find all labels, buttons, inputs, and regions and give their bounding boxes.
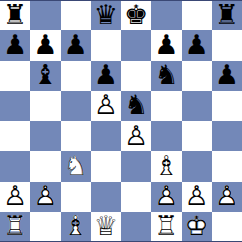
white-rook-outline-glyph: ♖ — [154, 212, 178, 239]
square-h4[interactable] — [212, 121, 242, 151]
black-king-glyph: ♚ — [124, 1, 148, 28]
square-c8[interactable] — [61, 0, 91, 30]
white-pawn-outline-glyph: ♙ — [3, 182, 27, 209]
black-rook-glyph: ♜ — [215, 1, 239, 28]
piece-black-rook[interactable]: ♜ — [0, 0, 30, 30]
square-e3[interactable] — [121, 151, 151, 181]
chess-board-wrap: ♜♛♚♜♟♟♟♟♟♝♟♞♟♟♙♞♟♙♞♘♝♗♟♙♟♙♟♙♟♙♟♙♜♖♝♗♛♕♜♖… — [0, 0, 242, 242]
white-queen-outline-glyph: ♕ — [94, 212, 118, 239]
square-g7[interactable]: ♟ — [182, 30, 212, 60]
black-pawn-glyph: ♟ — [154, 31, 178, 58]
square-g3[interactable] — [182, 151, 212, 181]
square-d8[interactable]: ♛ — [91, 0, 121, 30]
square-e6[interactable] — [121, 61, 151, 91]
square-b2[interactable]: ♟♙ — [30, 182, 60, 212]
square-d2[interactable] — [91, 182, 121, 212]
chess-board: ♜♛♚♜♟♟♟♟♟♝♟♞♟♟♙♞♟♙♞♘♝♗♟♙♟♙♟♙♟♙♟♙♜♖♝♗♛♕♜♖… — [0, 0, 242, 242]
piece-white-knight[interactable]: ♞♘ — [61, 151, 91, 181]
piece-white-king[interactable]: ♚♔ — [182, 212, 212, 242]
piece-white-queen[interactable]: ♛♕ — [91, 212, 121, 242]
square-f3[interactable]: ♝♗ — [151, 151, 181, 181]
black-rook-glyph: ♜ — [3, 1, 27, 28]
square-f4[interactable] — [151, 121, 181, 151]
white-rook-outline-glyph: ♖ — [3, 212, 27, 239]
black-pawn-glyph: ♟ — [185, 31, 209, 58]
square-a5[interactable] — [0, 91, 30, 121]
white-bishop-outline-glyph: ♗ — [154, 152, 178, 179]
piece-white-bishop[interactable]: ♝♗ — [151, 151, 181, 181]
square-a1[interactable]: ♜♖ — [0, 212, 30, 242]
piece-white-pawn[interactable]: ♟♙ — [212, 182, 242, 212]
square-c1[interactable]: ♝♗ — [61, 212, 91, 242]
square-c7[interactable]: ♟ — [61, 30, 91, 60]
square-h3[interactable] — [212, 151, 242, 181]
piece-black-bishop[interactable]: ♝ — [30, 61, 60, 91]
square-f5[interactable] — [151, 91, 181, 121]
piece-black-pawn[interactable]: ♟ — [61, 30, 91, 60]
piece-white-pawn[interactable]: ♟♙ — [91, 91, 121, 121]
square-b4[interactable] — [30, 121, 60, 151]
square-e8[interactable]: ♚ — [121, 0, 151, 30]
black-pawn-glyph: ♟ — [33, 31, 57, 58]
piece-black-king[interactable]: ♚ — [121, 0, 151, 30]
square-a6[interactable] — [0, 61, 30, 91]
square-a8[interactable]: ♜ — [0, 0, 30, 30]
square-h8[interactable]: ♜ — [212, 0, 242, 30]
square-a2[interactable]: ♟♙ — [0, 182, 30, 212]
square-b8[interactable] — [30, 0, 60, 30]
piece-white-pawn[interactable]: ♟♙ — [151, 182, 181, 212]
piece-white-pawn[interactable]: ♟♙ — [121, 121, 151, 151]
square-g1[interactable]: ♚♔ — [182, 212, 212, 242]
square-c6[interactable] — [61, 61, 91, 91]
white-pawn-outline-glyph: ♙ — [185, 182, 209, 209]
square-g4[interactable] — [182, 121, 212, 151]
square-h5[interactable] — [212, 91, 242, 121]
white-king-outline-glyph: ♔ — [185, 212, 209, 239]
square-f2[interactable]: ♟♙ — [151, 182, 181, 212]
square-e5[interactable]: ♞ — [121, 91, 151, 121]
square-e1[interactable] — [121, 212, 151, 242]
piece-black-pawn[interactable]: ♟ — [151, 30, 181, 60]
piece-black-pawn[interactable]: ♟ — [212, 61, 242, 91]
square-b6[interactable]: ♝ — [30, 61, 60, 91]
white-knight-outline-glyph: ♘ — [64, 152, 88, 179]
square-d1[interactable]: ♛♕ — [91, 212, 121, 242]
black-knight-glyph: ♞ — [124, 91, 148, 118]
white-pawn-outline-glyph: ♙ — [215, 182, 239, 209]
square-g5[interactable] — [182, 91, 212, 121]
square-b5[interactable] — [30, 91, 60, 121]
square-f7[interactable]: ♟ — [151, 30, 181, 60]
square-b1[interactable] — [30, 212, 60, 242]
piece-black-rook[interactable]: ♜ — [212, 0, 242, 30]
white-pawn-outline-glyph: ♙ — [94, 91, 118, 118]
black-pawn-glyph: ♟ — [64, 31, 88, 58]
white-pawn-outline-glyph: ♙ — [33, 182, 57, 209]
piece-white-rook[interactable]: ♜♖ — [0, 212, 30, 242]
square-h1[interactable] — [212, 212, 242, 242]
square-h6[interactable]: ♟ — [212, 61, 242, 91]
piece-black-knight[interactable]: ♞ — [151, 61, 181, 91]
square-d7[interactable] — [91, 30, 121, 60]
black-bishop-glyph: ♝ — [33, 61, 57, 88]
black-knight-glyph: ♞ — [154, 61, 178, 88]
piece-white-bishop[interactable]: ♝♗ — [61, 212, 91, 242]
square-g2[interactable]: ♟♙ — [182, 182, 212, 212]
black-queen-glyph: ♛ — [94, 1, 118, 28]
square-e4[interactable]: ♟♙ — [121, 121, 151, 151]
piece-white-pawn[interactable]: ♟♙ — [0, 182, 30, 212]
square-g8[interactable] — [182, 0, 212, 30]
square-d4[interactable] — [91, 121, 121, 151]
square-d6[interactable]: ♟ — [91, 61, 121, 91]
piece-black-pawn[interactable]: ♟ — [91, 61, 121, 91]
piece-black-pawn[interactable]: ♟ — [182, 30, 212, 60]
piece-black-pawn[interactable]: ♟ — [30, 30, 60, 60]
square-h7[interactable] — [212, 30, 242, 60]
square-f6[interactable]: ♞ — [151, 61, 181, 91]
square-c2[interactable] — [61, 182, 91, 212]
piece-black-queen[interactable]: ♛ — [91, 0, 121, 30]
square-e7[interactable] — [121, 30, 151, 60]
square-d3[interactable] — [91, 151, 121, 181]
piece-white-pawn[interactable]: ♟♙ — [30, 182, 60, 212]
square-d5[interactable]: ♟♙ — [91, 91, 121, 121]
piece-black-knight[interactable]: ♞ — [121, 91, 151, 121]
square-a3[interactable] — [0, 151, 30, 181]
piece-black-pawn[interactable]: ♟ — [0, 30, 30, 60]
piece-white-rook[interactable]: ♜♖ — [151, 212, 181, 242]
square-e2[interactable] — [121, 182, 151, 212]
piece-white-pawn[interactable]: ♟♙ — [182, 182, 212, 212]
black-pawn-glyph: ♟ — [215, 61, 239, 88]
square-a4[interactable] — [0, 121, 30, 151]
square-b7[interactable]: ♟ — [30, 30, 60, 60]
white-bishop-outline-glyph: ♗ — [64, 212, 88, 239]
black-pawn-glyph: ♟ — [94, 61, 118, 88]
square-c3[interactable]: ♞♘ — [61, 151, 91, 181]
white-pawn-outline-glyph: ♙ — [154, 182, 178, 209]
white-pawn-outline-glyph: ♙ — [124, 122, 148, 149]
square-c5[interactable] — [61, 91, 91, 121]
square-c4[interactable] — [61, 121, 91, 151]
square-h2[interactable]: ♟♙ — [212, 182, 242, 212]
square-f1[interactable]: ♜♖ — [151, 212, 181, 242]
square-f8[interactable] — [151, 0, 181, 30]
square-g6[interactable] — [182, 61, 212, 91]
black-pawn-glyph: ♟ — [3, 31, 27, 58]
square-b3[interactable] — [30, 151, 60, 181]
square-a7[interactable]: ♟ — [0, 30, 30, 60]
